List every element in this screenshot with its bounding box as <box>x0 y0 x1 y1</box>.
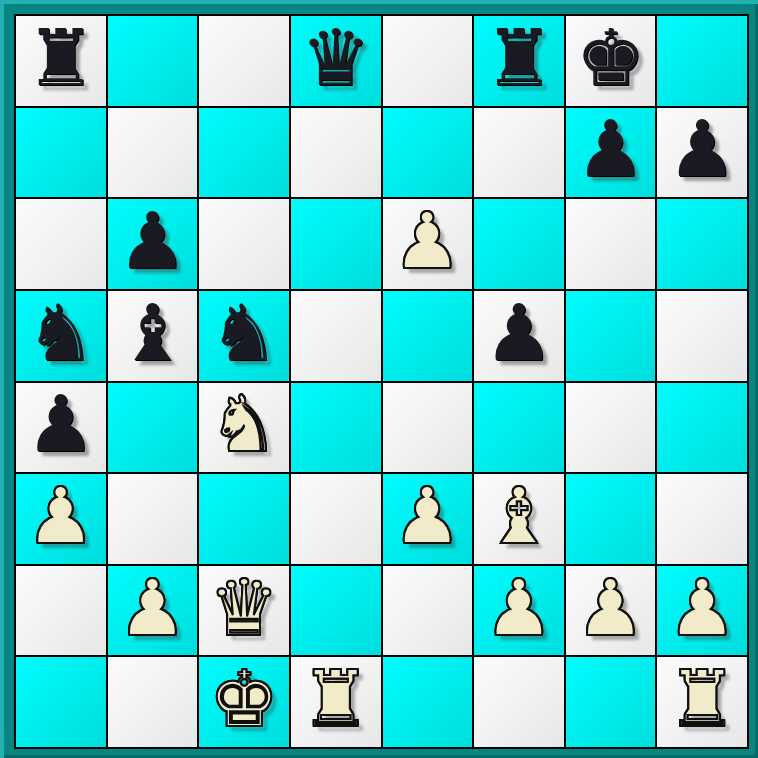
square-g5[interactable] <box>566 291 656 381</box>
square-h3[interactable] <box>657 474 747 564</box>
square-e5[interactable] <box>383 291 473 381</box>
square-g6[interactable] <box>566 199 656 289</box>
square-f2[interactable]: ♟ <box>474 566 564 656</box>
square-f6[interactable] <box>474 199 564 289</box>
square-d5[interactable] <box>291 291 381 381</box>
square-b2[interactable]: ♟ <box>108 566 198 656</box>
piece-white-bishop[interactable]: ♝ <box>484 477 554 555</box>
square-d2[interactable] <box>291 566 381 656</box>
square-b6[interactable]: ♟ <box>108 199 198 289</box>
square-c8[interactable] <box>199 16 289 106</box>
piece-white-rook[interactable]: ♜ <box>301 660 371 738</box>
square-h5[interactable] <box>657 291 747 381</box>
piece-white-pawn[interactable]: ♟ <box>576 569 646 647</box>
square-f4[interactable] <box>474 383 564 473</box>
square-c5[interactable]: ♞ <box>199 291 289 381</box>
square-f7[interactable] <box>474 108 564 198</box>
square-c2[interactable]: ♛ <box>199 566 289 656</box>
square-c7[interactable] <box>199 108 289 198</box>
piece-white-pawn[interactable]: ♟ <box>117 569 187 647</box>
square-f3[interactable]: ♝ <box>474 474 564 564</box>
piece-black-pawn[interactable]: ♟ <box>484 294 554 372</box>
square-e8[interactable] <box>383 16 473 106</box>
piece-white-pawn[interactable]: ♟ <box>667 569 737 647</box>
piece-white-rook[interactable]: ♜ <box>667 660 737 738</box>
square-b8[interactable] <box>108 16 198 106</box>
square-f1[interactable] <box>474 657 564 747</box>
square-c6[interactable] <box>199 199 289 289</box>
square-e7[interactable] <box>383 108 473 198</box>
square-e6[interactable]: ♟ <box>383 199 473 289</box>
piece-white-pawn[interactable]: ♟ <box>484 569 554 647</box>
piece-white-pawn[interactable]: ♟ <box>26 477 96 555</box>
square-d3[interactable] <box>291 474 381 564</box>
square-h8[interactable] <box>657 16 747 106</box>
square-a4[interactable]: ♟ <box>16 383 106 473</box>
piece-white-queen[interactable]: ♛ <box>209 569 279 647</box>
square-g3[interactable] <box>566 474 656 564</box>
square-d4[interactable] <box>291 383 381 473</box>
square-a3[interactable]: ♟ <box>16 474 106 564</box>
square-a7[interactable] <box>16 108 106 198</box>
square-f5[interactable]: ♟ <box>474 291 564 381</box>
square-g2[interactable]: ♟ <box>566 566 656 656</box>
square-b1[interactable] <box>108 657 198 747</box>
square-e3[interactable]: ♟ <box>383 474 473 564</box>
piece-black-knight[interactable]: ♞ <box>26 294 96 372</box>
chess-board: ♜♛♜♚♟♟♟♟♞♝♞♟♟♞♟♟♝♟♛♟♟♟♚♜♜ <box>14 14 749 749</box>
square-d8[interactable]: ♛ <box>291 16 381 106</box>
piece-black-pawn[interactable]: ♟ <box>26 385 96 463</box>
square-a2[interactable] <box>16 566 106 656</box>
square-f8[interactable]: ♜ <box>474 16 564 106</box>
square-h2[interactable]: ♟ <box>657 566 747 656</box>
square-e4[interactable] <box>383 383 473 473</box>
square-c3[interactable] <box>199 474 289 564</box>
square-c1[interactable]: ♚ <box>199 657 289 747</box>
square-a6[interactable] <box>16 199 106 289</box>
piece-black-bishop[interactable]: ♝ <box>117 294 187 372</box>
piece-white-pawn[interactable]: ♟ <box>392 477 462 555</box>
square-h1[interactable]: ♜ <box>657 657 747 747</box>
square-g1[interactable] <box>566 657 656 747</box>
square-a8[interactable]: ♜ <box>16 16 106 106</box>
square-h6[interactable] <box>657 199 747 289</box>
piece-black-queen[interactable]: ♛ <box>301 19 371 97</box>
piece-white-knight[interactable]: ♞ <box>209 385 279 463</box>
square-g7[interactable]: ♟ <box>566 108 656 198</box>
piece-black-rook[interactable]: ♜ <box>26 19 96 97</box>
square-h7[interactable]: ♟ <box>657 108 747 198</box>
piece-black-pawn[interactable]: ♟ <box>576 110 646 188</box>
square-c4[interactable]: ♞ <box>199 383 289 473</box>
piece-black-king[interactable]: ♚ <box>576 19 646 97</box>
piece-black-pawn[interactable]: ♟ <box>667 110 737 188</box>
piece-black-knight[interactable]: ♞ <box>209 294 279 372</box>
square-d1[interactable]: ♜ <box>291 657 381 747</box>
piece-black-pawn[interactable]: ♟ <box>117 202 187 280</box>
piece-black-rook[interactable]: ♜ <box>484 19 554 97</box>
square-g8[interactable]: ♚ <box>566 16 656 106</box>
square-d7[interactable] <box>291 108 381 198</box>
square-b7[interactable] <box>108 108 198 198</box>
square-a5[interactable]: ♞ <box>16 291 106 381</box>
square-b3[interactable] <box>108 474 198 564</box>
square-d6[interactable] <box>291 199 381 289</box>
square-h4[interactable] <box>657 383 747 473</box>
square-g4[interactable] <box>566 383 656 473</box>
square-b5[interactable]: ♝ <box>108 291 198 381</box>
square-a1[interactable] <box>16 657 106 747</box>
board-frame: ♜♛♜♚♟♟♟♟♞♝♞♟♟♞♟♟♝♟♛♟♟♟♚♜♜ <box>0 0 758 758</box>
piece-white-pawn[interactable]: ♟ <box>392 202 462 280</box>
square-b4[interactable] <box>108 383 198 473</box>
square-e2[interactable] <box>383 566 473 656</box>
square-e1[interactable] <box>383 657 473 747</box>
piece-white-king[interactable]: ♚ <box>209 660 279 738</box>
